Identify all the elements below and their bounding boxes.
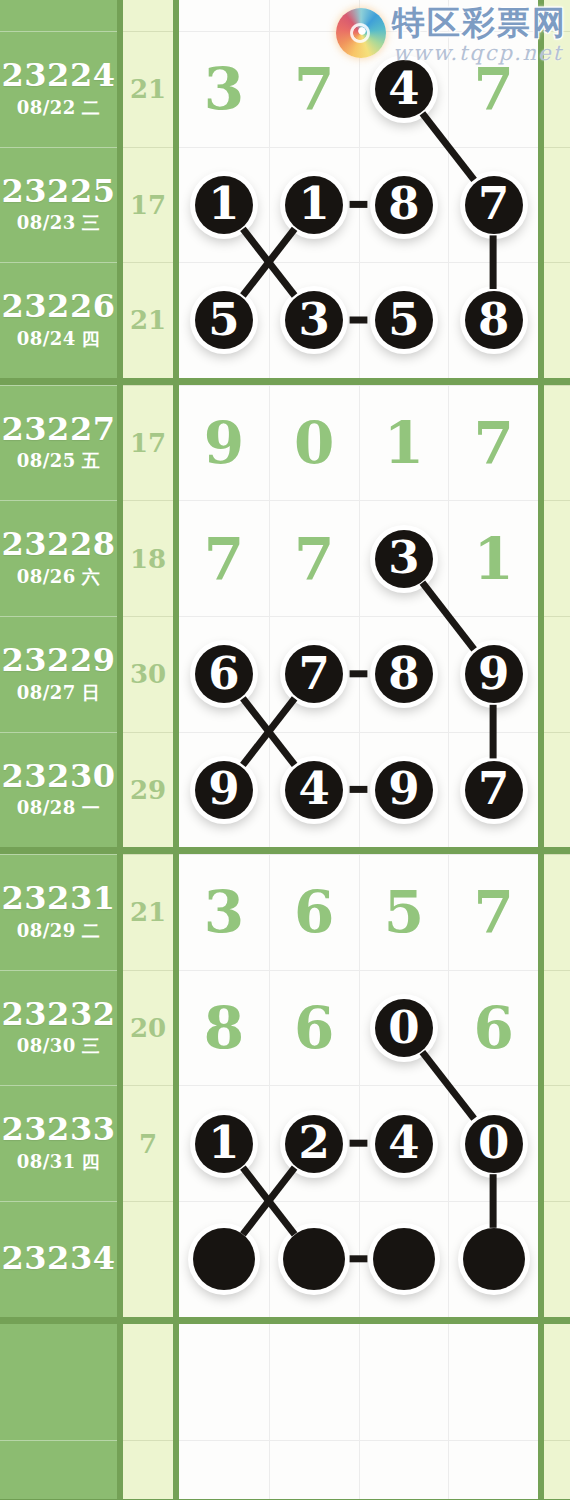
right-strip [544, 1440, 570, 1499]
digit-cell: 7 [448, 385, 538, 501]
plain-digit: 6 [294, 999, 334, 1057]
sum-cell-empty [123, 1324, 173, 1440]
period-cell: 2323308/31四 [0, 1085, 117, 1201]
digit-cell: 0 [448, 1085, 538, 1201]
digit-cell [448, 1201, 538, 1317]
empty-row [0, 1324, 570, 1440]
right-strip [544, 262, 570, 378]
digit-cell: 6 [448, 970, 538, 1086]
date-text: 08/28 [17, 797, 76, 818]
weekday-text: 六 [82, 566, 101, 587]
right-strip [544, 1085, 570, 1201]
weekday-text: 五 [82, 450, 101, 471]
plain-digit: 0 [294, 414, 334, 472]
digit-cell: 1 [359, 385, 449, 501]
digit-value: 4 [388, 1120, 419, 1165]
digit-cell: 1 [179, 147, 269, 263]
digit-cell-empty [448, 1324, 538, 1440]
filled-circle-marker [373, 1228, 435, 1290]
plain-digit: 6 [473, 999, 513, 1057]
right-strip [544, 147, 570, 263]
period-cell: 2323108/29二 [0, 854, 117, 970]
period-cell-empty [0, 0, 117, 31]
digit-cell: 3 [179, 31, 269, 147]
digit-cell: 4 [269, 732, 359, 848]
circled-digit: 8 [375, 645, 433, 703]
sum-cell [123, 1201, 173, 1317]
date-text: 08/31 [17, 1151, 76, 1172]
digit-value: 8 [388, 651, 419, 696]
digit-cell-empty [448, 1440, 538, 1499]
circled-digit: 7 [465, 176, 523, 234]
sum-cell: 7 [123, 1085, 173, 1201]
weekday-text: 一 [82, 797, 101, 818]
digit-cell: 8 [448, 262, 538, 378]
digit-cell: 7 [269, 500, 359, 616]
digit-value: 4 [388, 66, 419, 111]
draw-date: 08/22二 [17, 96, 101, 120]
circled-digit: 3 [285, 291, 343, 349]
right-strip [544, 970, 570, 1086]
draw-date: 08/31四 [17, 1150, 101, 1174]
period-number: 23227 [2, 413, 116, 447]
period-cell: 2322608/24四 [0, 262, 117, 378]
right-strip [544, 1324, 570, 1440]
period-cell: 2323008/28一 [0, 732, 117, 848]
digit-cell: 6 [269, 970, 359, 1086]
draw-date: 08/26六 [17, 565, 101, 589]
period-cell: 2323208/30三 [0, 970, 117, 1086]
period-number: 23230 [2, 760, 116, 794]
lottery-trend-chart: 2322408/22二2137472322508/23三171187232260… [0, 0, 570, 1500]
group-separator [0, 847, 570, 854]
draw-row: 23234 [0, 1201, 570, 1317]
filled-circle-marker [283, 1228, 345, 1290]
digit-value: 6 [208, 651, 239, 696]
circled-digit: 1 [195, 176, 253, 234]
draw-row: 2322708/25五179017 [0, 385, 570, 501]
date-text: 08/27 [17, 682, 76, 703]
digit-value: 2 [298, 1120, 329, 1165]
date-text: 08/24 [17, 328, 76, 349]
period-number: 23231 [2, 882, 116, 916]
draw-row: 2323108/29二213657 [0, 854, 570, 970]
sum-cell-empty [123, 0, 173, 31]
digit-cell: 7 [448, 732, 538, 848]
circled-digit: 1 [195, 1115, 253, 1173]
period-cell: 2322408/22二 [0, 31, 117, 147]
weekday-text: 四 [82, 328, 101, 349]
digit-cell-empty [269, 1440, 359, 1499]
draw-date: 08/27日 [17, 681, 101, 705]
period-number: 23232 [2, 998, 116, 1032]
digit-value: 9 [208, 766, 239, 811]
digit-cell: 9 [448, 616, 538, 732]
circled-digit: 2 [285, 1115, 343, 1173]
digit-cell: 1 [179, 1085, 269, 1201]
digit-cell: 7 [179, 500, 269, 616]
digit-value: 9 [478, 651, 509, 696]
circled-digit: 0 [375, 999, 433, 1057]
filled-circle-marker [463, 1228, 525, 1290]
plain-digit: 3 [204, 883, 244, 941]
draw-date: 08/30三 [17, 1034, 101, 1058]
plain-digit: 8 [204, 999, 244, 1057]
plain-digit: 9 [204, 414, 244, 472]
date-text: 08/25 [17, 450, 76, 471]
plain-digit: 1 [473, 530, 513, 588]
digit-cell-empty [359, 1440, 449, 1499]
digit-cell [269, 1201, 359, 1317]
digit-value: 9 [388, 766, 419, 811]
date-text: 08/22 [17, 97, 76, 118]
circled-digit: 5 [375, 291, 433, 349]
sum-cell: 21 [123, 262, 173, 378]
plain-digit: 3 [204, 60, 244, 118]
digit-cell-empty [179, 0, 269, 31]
digit-cell: 2 [269, 1085, 359, 1201]
digit-cell: 6 [179, 616, 269, 732]
draw-date: 08/24四 [17, 327, 101, 351]
digit-cell: 7 [448, 147, 538, 263]
circled-digit: 8 [375, 176, 433, 234]
circled-digit: 7 [465, 761, 523, 819]
sum-cell: 17 [123, 147, 173, 263]
sum-cell: 17 [123, 385, 173, 501]
filled-circle-marker [193, 1228, 255, 1290]
weekday-text: 三 [82, 1035, 101, 1056]
date-text: 08/29 [17, 920, 76, 941]
draw-date: 08/28一 [17, 796, 101, 820]
digit-value: 3 [298, 297, 329, 342]
digit-cell: 3 [359, 500, 449, 616]
digit-cell [359, 1201, 449, 1317]
period-cell-empty [0, 1324, 117, 1440]
draw-row: 2323008/28一299497 [0, 732, 570, 848]
period-number: 23229 [2, 644, 116, 678]
digit-cell: 8 [179, 970, 269, 1086]
chart-grid: 2322408/22二2137472322508/23三171187232260… [0, 0, 570, 1500]
right-strip [544, 1201, 570, 1317]
circled-digit: 1 [285, 176, 343, 234]
period-number: 23234 [2, 1242, 116, 1276]
digit-value: 7 [478, 766, 509, 811]
circled-digit: 8 [465, 291, 523, 349]
digit-cell: 7 [269, 616, 359, 732]
digit-value: 5 [388, 297, 419, 342]
right-strip [544, 732, 570, 848]
right-strip [544, 500, 570, 616]
digit-cell: 5 [179, 262, 269, 378]
digit-cell: 3 [269, 262, 359, 378]
digit-cell: 9 [179, 732, 269, 848]
digit-cell: 0 [359, 970, 449, 1086]
circled-digit: 0 [465, 1115, 523, 1173]
date-text: 08/23 [17, 212, 76, 233]
draw-row: 2322508/23三171187 [0, 147, 570, 263]
weekday-text: 二 [82, 920, 101, 941]
draw-date: 08/29二 [17, 919, 101, 943]
sum-cell: 30 [123, 616, 173, 732]
weekday-text: 二 [82, 97, 101, 118]
logo-swirl-icon [336, 8, 386, 58]
digit-cell: 7 [448, 854, 538, 970]
sum-cell: 29 [123, 732, 173, 848]
plain-digit: 7 [294, 530, 334, 588]
digit-value: 1 [208, 1120, 239, 1165]
draw-row: 2323208/30三208606 [0, 970, 570, 1086]
digit-cell: 1 [448, 500, 538, 616]
period-number: 23228 [2, 528, 116, 562]
weekday-text: 三 [82, 212, 101, 233]
plain-digit: 7 [473, 60, 513, 118]
circled-digit: 4 [285, 761, 343, 819]
digit-value: 0 [478, 1120, 509, 1165]
draw-row: 2323308/31四71240 [0, 1085, 570, 1201]
right-strip [544, 854, 570, 970]
digit-cell: 1 [269, 147, 359, 263]
plain-digit: 7 [473, 883, 513, 941]
sum-cell: 21 [123, 31, 173, 147]
digit-cell: 0 [269, 385, 359, 501]
digit-cell: 6 [269, 854, 359, 970]
digit-cell: 3 [179, 854, 269, 970]
circled-digit: 9 [375, 761, 433, 819]
date-text: 08/26 [17, 566, 76, 587]
sum-cell: 18 [123, 500, 173, 616]
digit-value: 7 [478, 181, 509, 226]
digit-cell-empty [179, 1440, 269, 1499]
plain-digit: 6 [294, 883, 334, 941]
period-cell: 2322508/23三 [0, 147, 117, 263]
period-number: 23225 [2, 175, 116, 209]
circled-digit: 3 [375, 530, 433, 588]
circled-digit: 4 [375, 60, 433, 118]
digit-cell-empty [179, 1324, 269, 1440]
period-number: 23224 [2, 59, 116, 93]
digit-value: 8 [388, 181, 419, 226]
plain-digit: 7 [204, 530, 244, 588]
right-strip [544, 616, 570, 732]
site-url: www.tqcp.net [393, 41, 563, 65]
plain-digit: 7 [473, 414, 513, 472]
site-logo[interactable]: 特区彩票网 www.tqcp.net [336, 6, 567, 65]
sum-cell: 20 [123, 970, 173, 1086]
digit-value: 8 [478, 297, 509, 342]
period-cell-empty [0, 1440, 117, 1499]
plain-digit: 5 [384, 883, 424, 941]
digit-value: 4 [298, 766, 329, 811]
draw-date: 08/25五 [17, 449, 101, 473]
group-separator [0, 378, 570, 385]
digit-value: 5 [208, 297, 239, 342]
site-name: 特区彩票网 [392, 6, 567, 41]
digit-cell: 8 [359, 616, 449, 732]
group-separator [0, 1317, 570, 1324]
period-cell: 23234 [0, 1201, 117, 1317]
period-number: 23226 [2, 290, 116, 324]
sum-cell-empty [123, 1440, 173, 1499]
draw-row: 2322608/24四215358 [0, 262, 570, 378]
digit-cell: 4 [359, 1085, 449, 1201]
digit-value: 1 [208, 181, 239, 226]
weekday-text: 四 [82, 1151, 101, 1172]
circled-digit: 6 [195, 645, 253, 703]
digit-cell: 5 [359, 262, 449, 378]
digit-value: 3 [388, 535, 419, 580]
draw-row: 2322808/26六187731 [0, 500, 570, 616]
digit-cell: 9 [359, 732, 449, 848]
digit-value: 7 [298, 651, 329, 696]
digit-cell: 8 [359, 147, 449, 263]
plain-digit: 1 [384, 414, 424, 472]
sum-cell: 21 [123, 854, 173, 970]
partial-bottom-row [0, 1440, 570, 1499]
period-cell: 2322908/27日 [0, 616, 117, 732]
right-strip [544, 385, 570, 501]
digit-cell [179, 1201, 269, 1317]
period-cell: 2322808/26六 [0, 500, 117, 616]
plain-digit: 7 [294, 60, 334, 118]
date-text: 08/30 [17, 1035, 76, 1056]
draw-date: 08/23三 [17, 211, 101, 235]
circled-digit: 5 [195, 291, 253, 349]
period-cell: 2322708/25五 [0, 385, 117, 501]
circled-digit: 4 [375, 1115, 433, 1173]
weekday-text: 日 [82, 682, 101, 703]
digit-value: 0 [388, 1005, 419, 1050]
circled-digit: 9 [195, 761, 253, 819]
digit-cell-empty [359, 1324, 449, 1440]
digit-cell: 9 [179, 385, 269, 501]
period-number: 23233 [2, 1113, 116, 1147]
digit-value: 1 [298, 181, 329, 226]
draw-row: 2322908/27日306789 [0, 616, 570, 732]
circled-digit: 9 [465, 645, 523, 703]
circled-digit: 7 [285, 645, 343, 703]
digit-cell: 5 [359, 854, 449, 970]
digit-cell-empty [269, 1324, 359, 1440]
